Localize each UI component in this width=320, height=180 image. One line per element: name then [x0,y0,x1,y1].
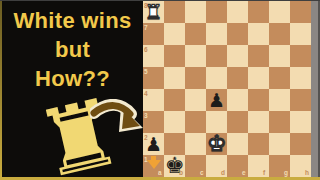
file-label-b: b [179,169,183,176]
rank-label-7: 7 [144,24,148,31]
rank-label-5: 5 [144,68,148,75]
square-h6 [290,45,311,67]
rank-label-8: 8 [144,2,148,9]
puzzle-thumbnail: White wins but How?? ♜ 87654321abcdefgh♜… [0,0,320,180]
file-label-h: h [305,169,309,176]
square-g2 [269,133,290,155]
square-f8 [248,1,269,23]
square-d7 [206,23,227,45]
square-e6 [227,45,248,67]
square-d3 [206,111,227,133]
rank-label-3: 3 [144,112,148,119]
square-e4 [227,89,248,111]
curved-arrow-icon [90,99,143,139]
square-b7 [164,23,185,45]
square-d8 [206,1,227,23]
square-f6 [248,45,269,67]
square-d6 [206,45,227,67]
rank-label-6: 6 [144,46,148,53]
chess-board: 87654321abcdefgh♜♟♟♚♚ [143,1,311,177]
square-b3 [164,111,185,133]
frame-border-bottom [0,177,320,180]
title-line-1: White wins [2,6,143,35]
square-f1 [248,155,269,177]
promotion-arrow-icon [146,156,161,169]
square-g4 [269,89,290,111]
piece-black-pawn-d4: ♟ [206,89,227,111]
square-b6 [164,45,185,67]
square-b4 [164,89,185,111]
square-g6 [269,45,290,67]
square-c6 [185,45,206,67]
square-e2 [227,133,248,155]
square-c5 [185,67,206,89]
square-b2 [164,133,185,155]
board-right-gutter [311,1,318,177]
square-h5 [290,67,311,89]
square-h2 [290,133,311,155]
square-h4 [290,89,311,111]
square-g7 [269,23,290,45]
file-label-d: d [221,169,225,176]
square-f7 [248,23,269,45]
square-f5 [248,67,269,89]
square-c8 [185,1,206,23]
square-b8 [164,1,185,23]
title-line-2: but [2,35,143,64]
square-e3 [227,111,248,133]
rank-label-2: 2 [144,134,148,141]
square-e8 [227,1,248,23]
file-label-e: e [242,169,246,176]
square-e5 [227,67,248,89]
square-f3 [248,111,269,133]
square-h7 [290,23,311,45]
square-h3 [290,111,311,133]
square-c7 [185,23,206,45]
frame-border-left [0,1,2,177]
file-label-f: f [263,169,265,176]
square-g8 [269,1,290,23]
square-g3 [269,111,290,133]
square-c3 [185,111,206,133]
square-c2 [185,133,206,155]
file-label-c: c [200,169,204,176]
square-b5 [164,67,185,89]
puzzle-title: White wins but How?? [2,1,143,93]
rank-label-4: 4 [144,90,148,97]
square-f2 [248,133,269,155]
piece-white-king-d2: ♚ [206,133,227,155]
file-label-a: a [158,169,162,176]
square-f4 [248,89,269,111]
square-e7 [227,23,248,45]
square-c4 [185,89,206,111]
square-h8 [290,1,311,23]
left-panel: White wins but How?? ♜ [2,1,143,177]
file-label-g: g [284,169,288,176]
square-d5 [206,67,227,89]
square-g5 [269,67,290,89]
